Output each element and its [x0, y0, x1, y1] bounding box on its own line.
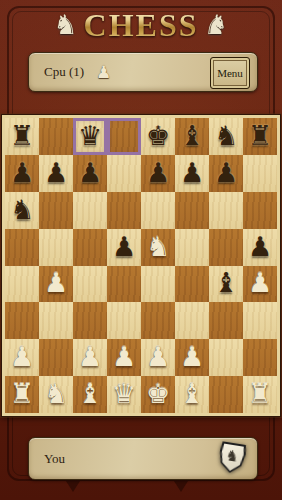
menu-button[interactable]: Menu [210, 57, 250, 89]
square-g6[interactable] [209, 192, 243, 229]
square-f8[interactable]: ♝ [175, 118, 209, 155]
square-e8[interactable]: ♚ [141, 118, 175, 155]
square-g5[interactable] [209, 229, 243, 266]
square-a7[interactable]: ♟ [5, 155, 39, 192]
square-e1[interactable]: ♚ [141, 376, 175, 413]
black-bishop-piece: ♝ [214, 270, 238, 297]
square-d6[interactable] [107, 192, 141, 229]
white-pawn-piece: ♟ [248, 270, 272, 297]
square-b1[interactable]: ♞ [39, 376, 73, 413]
menu-button-label: Menu [217, 67, 243, 79]
player-badge[interactable]: ♞ [217, 441, 247, 475]
square-c1[interactable]: ♝ [73, 376, 107, 413]
square-c4[interactable] [73, 266, 107, 303]
board-frame: ♜♛♚♝♞♜♟♟♟♟♟♟♞♟♞♟♟♝♟♟♟♟♟♟♜♞♝♛♚♝♜ [1, 114, 281, 417]
black-pawn-piece: ♟ [10, 160, 34, 187]
white-knight-piece: ♞ [146, 234, 170, 261]
square-e3[interactable] [141, 302, 175, 339]
left-knight-icon: ♞ [53, 12, 77, 39]
white-bishop-piece: ♝ [78, 381, 102, 408]
square-e2[interactable]: ♟ [141, 339, 175, 376]
black-pawn-piece: ♟ [44, 160, 68, 187]
square-b2[interactable] [39, 339, 73, 376]
square-e4[interactable] [141, 266, 175, 303]
white-rook-piece: ♜ [248, 381, 272, 408]
black-rook-piece: ♜ [248, 123, 272, 150]
chess-app: ♞ CHESS ♞ Cpu (1) ♟ Menu ♜♛♚♝♞♜♟♟♟♟♟♟♞♟♞… [0, 0, 282, 500]
square-b5[interactable] [39, 229, 73, 266]
square-c2[interactable]: ♟ [73, 339, 107, 376]
square-c5[interactable] [73, 229, 107, 266]
chess-board: ♜♛♚♝♞♜♟♟♟♟♟♟♞♟♞♟♟♝♟♟♟♟♟♟♜♞♝♛♚♝♜ [5, 118, 277, 413]
square-a8[interactable]: ♜ [5, 118, 39, 155]
square-b8[interactable] [39, 118, 73, 155]
square-a5[interactable] [5, 229, 39, 266]
square-g1[interactable] [209, 376, 243, 413]
square-g8[interactable]: ♞ [209, 118, 243, 155]
square-f2[interactable]: ♟ [175, 339, 209, 376]
black-queen-piece: ♛ [78, 123, 102, 150]
square-e7[interactable]: ♟ [141, 155, 175, 192]
square-f4[interactable] [175, 266, 209, 303]
white-rook-piece: ♜ [10, 381, 34, 408]
square-a4[interactable] [5, 266, 39, 303]
black-bishop-piece: ♝ [180, 123, 204, 150]
square-g3[interactable] [209, 302, 243, 339]
square-b3[interactable] [39, 302, 73, 339]
square-a3[interactable] [5, 302, 39, 339]
square-a2[interactable]: ♟ [5, 339, 39, 376]
white-pawn-piece: ♟ [180, 344, 204, 371]
square-f7[interactable]: ♟ [175, 155, 209, 192]
square-f3[interactable] [175, 302, 209, 339]
square-h8[interactable]: ♜ [243, 118, 277, 155]
player-name: You [44, 451, 65, 467]
white-pawn-piece: ♟ [146, 344, 170, 371]
frame-foot-right [174, 481, 188, 492]
square-d4[interactable] [107, 266, 141, 303]
square-c7[interactable]: ♟ [73, 155, 107, 192]
black-pawn-piece: ♟ [214, 160, 238, 187]
opponent-bar: Cpu (1) ♟ Menu [28, 52, 258, 92]
square-b7[interactable]: ♟ [39, 155, 73, 192]
black-king-piece: ♚ [146, 123, 170, 150]
square-e5[interactable]: ♞ [141, 229, 175, 266]
square-d3[interactable] [107, 302, 141, 339]
black-pawn-piece: ♟ [248, 234, 272, 261]
square-d5[interactable]: ♟ [107, 229, 141, 266]
square-f6[interactable] [175, 192, 209, 229]
square-a1[interactable]: ♜ [5, 376, 39, 413]
black-knight-piece: ♞ [214, 123, 238, 150]
pawn-icon: ♟ [96, 64, 111, 81]
square-h1[interactable]: ♜ [243, 376, 277, 413]
black-pawn-piece: ♟ [112, 234, 136, 261]
square-h3[interactable] [243, 302, 277, 339]
square-c3[interactable] [73, 302, 107, 339]
badge-knight-icon: ♞ [224, 448, 240, 465]
square-c6[interactable] [73, 192, 107, 229]
black-knight-piece: ♞ [10, 197, 34, 224]
square-c8[interactable]: ♛ [73, 118, 107, 155]
white-king-piece: ♚ [146, 381, 170, 408]
white-pawn-piece: ♟ [10, 344, 34, 371]
square-e6[interactable] [141, 192, 175, 229]
square-h6[interactable] [243, 192, 277, 229]
right-knight-icon: ♞ [204, 12, 228, 39]
square-h7[interactable] [243, 155, 277, 192]
black-rook-piece: ♜ [10, 123, 34, 150]
square-f1[interactable]: ♝ [175, 376, 209, 413]
square-h5[interactable]: ♟ [243, 229, 277, 266]
white-pawn-piece: ♟ [112, 344, 136, 371]
opponent-name: Cpu (1) [44, 64, 84, 80]
white-pawn-piece: ♟ [44, 270, 68, 297]
square-d1[interactable]: ♛ [107, 376, 141, 413]
square-f5[interactable] [175, 229, 209, 266]
square-g4[interactable]: ♝ [209, 266, 243, 303]
header: ♞ CHESS ♞ [0, 2, 282, 48]
black-pawn-piece: ♟ [146, 160, 170, 187]
frame-foot-left [66, 481, 80, 492]
white-bishop-piece: ♝ [180, 381, 204, 408]
square-g7[interactable]: ♟ [209, 155, 243, 192]
white-queen-piece: ♛ [112, 381, 136, 408]
square-d7[interactable] [107, 155, 141, 192]
square-g2[interactable] [209, 339, 243, 376]
white-knight-piece: ♞ [44, 381, 68, 408]
square-h4[interactable]: ♟ [243, 266, 277, 303]
square-b4[interactable]: ♟ [39, 266, 73, 303]
square-d2[interactable]: ♟ [107, 339, 141, 376]
black-pawn-piece: ♟ [78, 160, 102, 187]
square-d8[interactable] [107, 118, 141, 155]
white-pawn-piece: ♟ [78, 344, 102, 371]
square-a6[interactable]: ♞ [5, 192, 39, 229]
square-h2[interactable] [243, 339, 277, 376]
player-bar: You ♞ [28, 437, 258, 480]
black-pawn-piece: ♟ [180, 160, 204, 187]
square-b6[interactable] [39, 192, 73, 229]
app-title: CHESS [84, 7, 199, 44]
